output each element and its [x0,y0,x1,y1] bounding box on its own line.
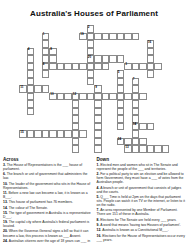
grid-void [57,40,65,48]
grid-void [139,40,147,48]
grid-cell[interactable] [147,48,155,56]
grid-void [57,115,65,123]
grid-void [79,100,87,108]
grid-void [117,40,125,48]
grid-void [109,115,117,123]
grid-void [154,55,162,63]
grid-void [139,70,147,78]
grid-void [64,123,72,131]
grid-void [57,100,65,108]
grid-void [139,33,147,41]
grid-cell[interactable] [132,93,140,101]
grid-cell[interactable] [79,63,87,71]
clue-text: The type of government in Australia is a… [3,211,91,219]
clue-item: 10. The leader of the government who sit… [3,182,92,190]
grid-cell[interactable] [94,108,102,116]
grid-void [64,115,72,123]
clue-number-label: 12 [73,93,76,96]
grid-void [34,108,42,116]
grid-void [87,100,95,108]
grid-cell[interactable] [147,63,155,71]
grid-void [19,70,27,78]
grid-void [117,48,125,56]
grid-cell[interactable] [87,63,95,71]
clue-number-label: 10 [50,93,53,96]
grid-void [147,25,155,33]
grid-void [19,108,27,116]
grid-void [124,85,132,93]
grid-void [49,138,57,146]
grid-cell[interactable] [64,93,72,101]
grid-cell[interactable] [27,55,35,63]
clue-number-label: 2 [88,26,90,29]
grid-void [57,33,65,41]
grid-void [109,145,117,153]
grid-void [27,145,35,153]
grid-void [132,25,140,33]
grid-cell[interactable] [147,145,155,153]
clue-text: Australia is known as a Constitutional M… [102,228,169,232]
grid-void [94,40,102,48]
grid-void [154,108,162,116]
grid-cell[interactable] [57,63,65,71]
grid-void [139,55,147,63]
grid-void [102,130,110,138]
grid-void [109,25,117,33]
grid-cell[interactable] [117,115,125,123]
grid-void [109,70,117,78]
grid-void [49,25,57,33]
grid-void [49,33,57,41]
clue-text: Elections for The Senate are held every … [100,218,176,222]
grid-void [162,85,170,93]
grid-cell[interactable] [147,55,155,63]
grid-cell[interactable] [132,33,140,41]
grid-void [109,40,117,48]
grid-void [49,78,57,86]
grid-cell[interactable] [87,33,95,41]
grid-void [27,115,35,123]
grid-void [147,100,155,108]
grid-cell[interactable] [49,63,57,71]
grid-cell[interactable] [42,48,50,56]
grid-cell[interactable]: 12 [72,93,80,101]
grid-void [124,108,132,116]
grid-void [34,40,42,48]
clue-number-label: 11 [20,86,23,89]
grid-cell[interactable] [72,63,80,71]
grid-void [42,115,50,123]
grid-void [139,25,147,33]
clue-item: 16. Elections for the House of Represent… [97,234,186,242]
grid-void [147,85,155,93]
grid-cell[interactable]: 16 [147,40,155,48]
grid-void [154,25,162,33]
clue-number-label: 20 [88,56,91,59]
grid-void [34,33,42,41]
grid-void [139,48,147,56]
clue-number-label: 5 [118,71,120,74]
across-column: Across 3. The House of Representatives i… [3,157,92,243]
grid-cell[interactable] [117,33,125,41]
grid-cell[interactable] [64,63,72,71]
grid-void [109,100,117,108]
grid-void [162,93,170,101]
grid-void [139,130,147,138]
clue-text: The House of Representatives is the ___ … [3,163,82,171]
down-clue-list: 1. Elected men and women who sit in The … [97,163,186,242]
clue-text: Q___ Time is held at 2pm on the days tha… [97,195,185,207]
grid-cell[interactable] [139,138,147,146]
grid-cell[interactable] [117,78,125,86]
clue-number-label: 3 [125,63,127,66]
grid-cell[interactable] [27,85,35,93]
grid-cell[interactable]: 13 [124,145,132,153]
grid-void [87,85,95,93]
grid-cell[interactable] [117,108,125,116]
grid-void [117,145,125,153]
grid-void [27,123,35,131]
grid-void [94,48,102,56]
clue-text: Australian citizens over the age of 18 y… [3,239,90,243]
grid-void [109,123,117,131]
grid-void [162,108,170,116]
grid-void [19,48,27,56]
grid-void [42,93,50,101]
grid-void [154,115,162,123]
clue-item: 1. Elected men and women who sit in The … [97,163,186,171]
grid-void [162,40,170,48]
grid-cell[interactable]: 9 [94,85,102,93]
grid-void [57,78,65,86]
grid-void [162,78,170,86]
grid-void [64,85,72,93]
grid-cell[interactable] [132,100,140,108]
grid-void [42,138,50,146]
grid-void [57,145,65,153]
across-header: Across [3,157,92,162]
grid-void [19,25,27,33]
grid-cell[interactable] [72,138,80,146]
grid-cell[interactable] [34,85,42,93]
grid-cell[interactable] [94,145,102,153]
grid-void [34,78,42,86]
clue-number-label: 15 [20,131,23,134]
grid-void [154,33,162,41]
grid-cell[interactable] [102,33,110,41]
grid-cell[interactable] [42,85,50,93]
grid-cell[interactable] [72,130,80,138]
grid-void [102,25,110,33]
grid-void [49,108,57,116]
grid-cell[interactable]: 5 [117,70,125,78]
grid-void [19,55,27,63]
grid-cell[interactable]: 3 [124,63,132,71]
grid-cell[interactable] [147,123,155,131]
grid-void [19,145,27,153]
clue-item: 3. The House of Representatives is the _… [3,163,92,171]
grid-void [34,138,42,146]
grid-void [34,63,42,71]
grid-cell[interactable] [154,145,162,153]
grid-cell[interactable]: 20 [87,55,95,63]
grid-cell[interactable] [27,108,35,116]
grid-void [27,138,35,146]
grid-void [147,93,155,101]
grid-void [64,33,72,41]
grid-void [102,78,110,86]
grid-cell[interactable] [27,70,35,78]
grid-void [139,100,147,108]
grid-cell[interactable] [132,85,140,93]
grid-void [132,48,140,56]
grid-cell[interactable] [94,63,102,71]
grid-cell[interactable] [109,93,117,101]
clue-item: 7. An area represented by one Member of … [97,208,186,216]
grid-void [19,123,27,131]
grid-cell[interactable]: 19 [79,33,87,41]
grid-void [57,108,65,116]
grid-void [79,115,87,123]
grid-void [64,108,72,116]
grid-cell[interactable] [57,130,65,138]
grid-cell[interactable] [117,55,125,63]
grid-cell[interactable] [87,93,95,101]
grid-void [139,85,147,93]
clue-item: 6. The branch or unit of government that… [3,172,92,180]
crossword-grid: 21191648206357119101214152413 [19,25,169,153]
grid-cell[interactable] [42,40,50,48]
grid-void [154,40,162,48]
grid-void [42,100,50,108]
grid-cell[interactable] [124,33,132,41]
grid-cell[interactable] [72,108,80,116]
grid-void [42,123,50,131]
grid-void [64,25,72,33]
clue-text: This house of parliament has 76 members. [9,200,73,204]
grid-cell[interactable] [132,108,140,116]
grid-cell[interactable] [87,48,95,56]
clue-number-label: 16 [148,41,151,44]
grid-void [162,55,170,63]
grid-cell[interactable] [64,130,72,138]
grid-void [64,100,72,108]
grid-void [79,48,87,56]
clue-text: The branch or unit of government that ad… [3,172,87,180]
grid-cell[interactable]: 15 [19,130,27,138]
grid-cell[interactable] [49,130,57,138]
grid-cell[interactable]: 8 [49,48,57,56]
grid-void [79,40,87,48]
grid-void [102,108,110,116]
clue-number-label: 19 [80,33,83,36]
grid-void [109,108,117,116]
grid-cell[interactable]: 11 [19,85,27,93]
grid-cell[interactable] [42,70,50,78]
grid-void [154,70,162,78]
grid-void [154,48,162,56]
grid-cell[interactable]: 24 [117,138,125,146]
grid-cell[interactable] [117,85,125,93]
grid-void [49,145,57,153]
grid-cell[interactable] [117,100,125,108]
grid-cell[interactable] [132,145,140,153]
grid-void [109,78,117,86]
grid-cell[interactable] [57,93,65,101]
grid-void [162,70,170,78]
grid-void [162,33,170,41]
grid-void [147,33,155,41]
grid-cell[interactable] [94,93,102,101]
grid-void [72,48,80,56]
grid-cell[interactable] [87,78,95,86]
grid-cell[interactable] [87,70,95,78]
grid-void [64,70,72,78]
grid-cell[interactable] [132,138,140,146]
across-clue-list: 3. The House of Representatives is the _… [3,163,92,243]
grid-cell[interactable] [94,33,102,41]
clue-item: 4. A branch or unit of government that c… [97,186,186,194]
grid-cell[interactable] [72,145,80,153]
grid-void [72,25,80,33]
grid-void [162,115,170,123]
grid-void [87,138,95,146]
grid-cell[interactable] [94,130,102,138]
grid-cell[interactable] [94,138,102,146]
clue-item: 19. The capital city where Australia's f… [3,220,92,228]
grid-cell[interactable] [117,123,125,131]
grid-cell[interactable] [147,70,155,78]
grid-cell[interactable] [34,130,42,138]
grid-cell[interactable] [72,123,80,131]
grid-cell[interactable]: 14 [132,123,140,131]
grid-cell[interactable] [109,55,117,63]
grid-cell[interactable] [79,93,87,101]
grid-void [124,123,132,131]
grid-cell[interactable]: 2 [87,25,95,33]
grid-cell[interactable] [139,145,147,153]
grid-cell[interactable] [139,63,147,71]
grid-void [102,40,110,48]
grid-cell[interactable] [27,130,35,138]
grid-void [162,123,170,131]
grid-cell[interactable] [72,100,80,108]
clue-item: 15. The type of government in Australia … [3,211,92,219]
grid-cell[interactable] [132,130,140,138]
grid-cell[interactable] [102,63,110,71]
grid-cell[interactable] [27,63,35,71]
grid-cell[interactable]: 10 [49,93,57,101]
grid-void [124,48,132,56]
grid-void [132,55,140,63]
grid-void [124,100,132,108]
grid-void [27,25,35,33]
grid-void [57,25,65,33]
clue-item: 9. A word that means 'having two Houses … [97,223,186,227]
grid-cell[interactable] [79,130,87,138]
grid-cell[interactable] [109,33,117,41]
grid-void [34,123,42,131]
clue-text: The colour of The Senate. [9,206,48,210]
grid-void [87,130,95,138]
grid-cell[interactable]: 1 [42,33,50,41]
grid-cell[interactable]: 4 [27,48,35,56]
grid-cell[interactable]: 6 [42,63,50,71]
grid-cell[interactable] [132,63,140,71]
grid-void [79,145,87,153]
grid-void [49,70,57,78]
clue-item: 11. Before a new law can become a law, i… [3,191,92,199]
grid-void [34,115,42,123]
clue-number-label: 4 [28,48,30,51]
grid-void [64,40,72,48]
grid-cell[interactable] [124,93,132,101]
grid-cell[interactable] [94,100,102,108]
grid-void [57,85,65,93]
grid-cell[interactable] [87,40,95,48]
clue-number-label: 24 [118,138,121,141]
grid-void [87,108,95,116]
grid-cell[interactable] [154,63,162,71]
grid-cell[interactable] [72,115,80,123]
grid-void [124,70,132,78]
grid-cell[interactable] [102,55,110,63]
clue-item: 2. For a political party to win an elect… [97,172,186,184]
clue-number-label: 6 [43,63,45,66]
clue-text: An area represented by one Member of Par… [97,208,178,216]
grid-void [124,78,132,86]
grid-cell[interactable] [42,130,50,138]
grid-void [72,70,80,78]
page-title: Australia's Houses of Parliament [0,9,188,18]
grid-cell[interactable] [139,93,147,101]
grid-void [124,40,132,48]
grid-cell[interactable] [102,93,110,101]
grid-void [64,138,72,146]
grid-cell[interactable] [27,93,35,101]
grid-cell[interactable] [162,145,170,153]
grid-void [162,130,170,138]
grid-void [154,123,162,131]
grid-void [102,70,110,78]
clue-text: A word that means 'having two Houses of … [100,223,180,227]
grid-void [49,100,57,108]
grid-void [109,85,117,93]
grid-void [34,25,42,33]
clue-number-label: 14 [133,123,136,126]
grid-void [154,130,162,138]
grid-cell[interactable] [27,100,35,108]
grid-void [162,48,170,56]
clue-item: 14. The colour of The Senate. [3,206,92,210]
grid-cell[interactable] [94,115,102,123]
grid-void [27,33,35,41]
grid-void [162,100,170,108]
grid-cell[interactable] [94,123,102,131]
grid-wrapper: 21191648206357119101214152413 [0,25,188,153]
grid-void [139,115,147,123]
grid-void [102,115,110,123]
grid-cell[interactable]: 7 [132,78,140,86]
grid-cell[interactable] [139,123,147,131]
grid-void [154,100,162,108]
grid-cell[interactable] [27,78,35,86]
grid-cell[interactable] [94,55,102,63]
grid-cell[interactable] [49,55,57,63]
grid-cell[interactable] [124,138,132,146]
grid-void [109,63,117,71]
grid-cell[interactable] [117,93,125,101]
